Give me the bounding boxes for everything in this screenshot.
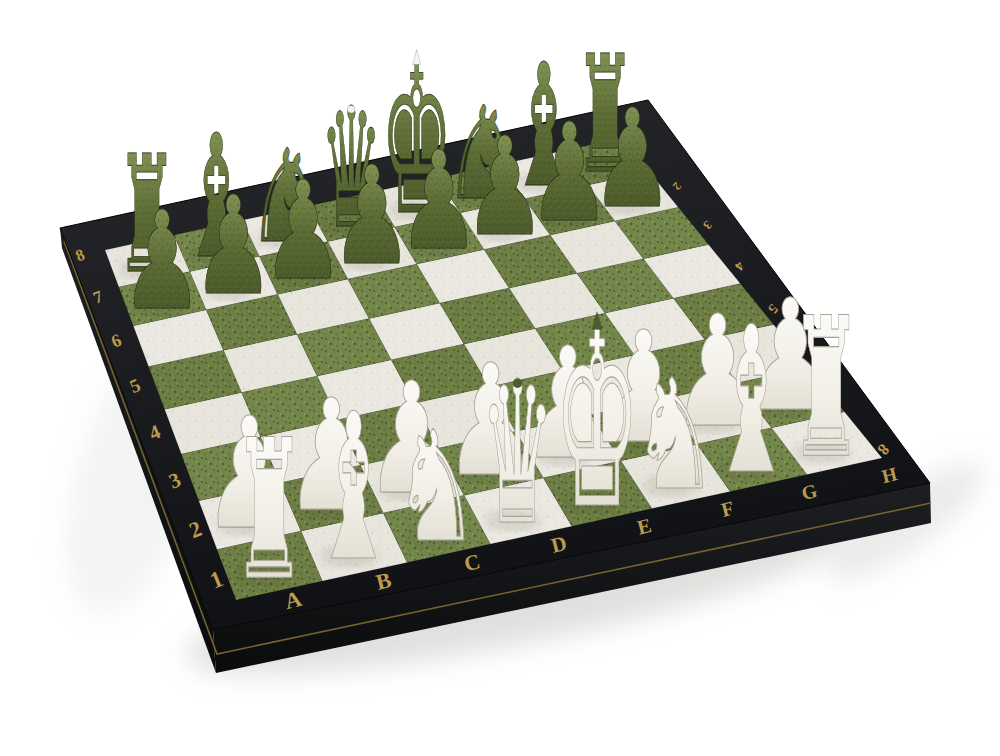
piece-white-queen-d1-glyph: ♛ — [480, 339, 554, 570]
piece-white-bishop-g1[interactable]: ♝ — [709, 283, 794, 519]
piece-white-bishop-g1-glyph: ♝ — [709, 283, 794, 519]
piece-white-bishop-b1-glyph: ♝ — [311, 370, 396, 606]
piece-white-knight-c1-glyph: ♞ — [393, 398, 479, 576]
piece-white-knight-c1[interactable]: ♞ — [393, 398, 479, 576]
piece-green-pawn-h7-texture: ♟ — [591, 80, 674, 238]
piece-white-bishop-b1[interactable]: ♝ — [311, 370, 396, 606]
piece-white-rook-a1-glyph: ♜ — [233, 398, 305, 622]
piece-white-rook-h1[interactable]: ♜ — [790, 276, 862, 500]
chessboard-photo: 12345678ABCDEFGH23458 ♜♜♝♝♞♞♛♛♚♚♞♞♝♝♜♜♟♟… — [0, 0, 1000, 756]
piece-white-queen-d1-ball-finial — [513, 379, 522, 388]
piece-green-queen-d8-ball-finial — [347, 106, 355, 114]
piece-white-rook-a1[interactable]: ♜ — [233, 398, 305, 622]
piece-white-queen-d1[interactable]: ♛ — [480, 339, 554, 570]
product-photo: 12345678ABCDEFGH23458 ♜♜♝♝♞♞♛♛♚♚♞♞♝♝♜♜♟♟… — [0, 0, 1000, 756]
piece-white-knight-f1-glyph: ♞ — [632, 345, 718, 523]
piece-white-knight-f1[interactable]: ♞ — [632, 345, 718, 523]
piece-white-rook-h1-glyph: ♜ — [790, 276, 862, 500]
piece-green-pawn-a7-texture: ♟ — [121, 182, 204, 340]
piece-green-pawn-a7[interactable]: ♟♟ — [121, 182, 204, 340]
piece-green-pawn-h7[interactable]: ♟♟ — [591, 80, 674, 238]
